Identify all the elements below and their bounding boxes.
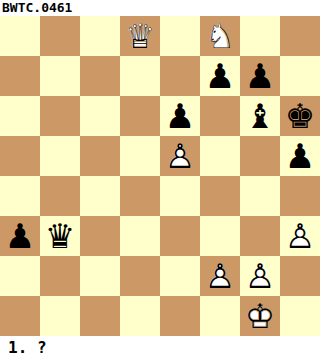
square-d4[interactable] bbox=[120, 176, 160, 216]
square-e6[interactable]: ♟ bbox=[160, 96, 200, 136]
square-c4[interactable] bbox=[80, 176, 120, 216]
piece-white-pawn-outline: ♙ bbox=[240, 256, 280, 296]
square-b7[interactable] bbox=[40, 56, 80, 96]
square-a1[interactable] bbox=[0, 296, 40, 336]
square-a7[interactable] bbox=[0, 56, 40, 96]
square-c3[interactable] bbox=[80, 216, 120, 256]
square-e5[interactable]: ♟♙ bbox=[160, 136, 200, 176]
square-f3[interactable] bbox=[200, 216, 240, 256]
square-f1[interactable] bbox=[200, 296, 240, 336]
square-h3[interactable]: ♟♙ bbox=[280, 216, 320, 256]
square-d1[interactable] bbox=[120, 296, 160, 336]
square-d5[interactable] bbox=[120, 136, 160, 176]
square-a8[interactable] bbox=[0, 16, 40, 56]
piece-white-pawn-outline: ♙ bbox=[200, 256, 240, 296]
square-g2[interactable]: ♟♙ bbox=[240, 256, 280, 296]
square-d7[interactable] bbox=[120, 56, 160, 96]
square-g3[interactable] bbox=[240, 216, 280, 256]
piece-black-pawn: ♟ bbox=[0, 216, 40, 256]
square-h4[interactable] bbox=[280, 176, 320, 216]
square-a2[interactable] bbox=[0, 256, 40, 296]
square-f7[interactable]: ♟ bbox=[200, 56, 240, 96]
square-c6[interactable] bbox=[80, 96, 120, 136]
square-e7[interactable] bbox=[160, 56, 200, 96]
piece-white-knight: ♞ bbox=[200, 16, 240, 56]
square-c5[interactable] bbox=[80, 136, 120, 176]
square-h1[interactable] bbox=[280, 296, 320, 336]
piece-black-pawn: ♟ bbox=[160, 96, 200, 136]
piece-white-pawn-outline: ♙ bbox=[160, 136, 200, 176]
square-h5[interactable]: ♟ bbox=[280, 136, 320, 176]
square-b5[interactable] bbox=[40, 136, 80, 176]
piece-black-pawn: ♟ bbox=[200, 56, 240, 96]
piece-white-pawn: ♟ bbox=[240, 256, 280, 296]
square-b4[interactable] bbox=[40, 176, 80, 216]
square-a3[interactable]: ♟ bbox=[0, 216, 40, 256]
square-c1[interactable] bbox=[80, 296, 120, 336]
piece-black-king: ♚ bbox=[280, 96, 320, 136]
piece-black-pawn: ♟ bbox=[240, 56, 280, 96]
piece-white-pawn: ♟ bbox=[280, 216, 320, 256]
piece-white-queen: ♛ bbox=[120, 16, 160, 56]
square-d3[interactable] bbox=[120, 216, 160, 256]
piece-black-pawn: ♟ bbox=[280, 136, 320, 176]
square-e1[interactable] bbox=[160, 296, 200, 336]
square-h8[interactable] bbox=[280, 16, 320, 56]
square-g4[interactable] bbox=[240, 176, 280, 216]
square-e8[interactable] bbox=[160, 16, 200, 56]
square-h7[interactable] bbox=[280, 56, 320, 96]
square-g8[interactable] bbox=[240, 16, 280, 56]
square-b8[interactable] bbox=[40, 16, 80, 56]
piece-white-king-outline: ♔ bbox=[240, 296, 280, 336]
square-c8[interactable] bbox=[80, 16, 120, 56]
square-d8[interactable]: ♛♕ bbox=[120, 16, 160, 56]
square-f6[interactable] bbox=[200, 96, 240, 136]
chess-board: ♛♕♞♘♟♟♟♝♚♟♙♟♟♛♟♙♟♙♟♙♚♔ bbox=[0, 16, 320, 336]
square-a4[interactable] bbox=[0, 176, 40, 216]
piece-white-knight-outline: ♘ bbox=[200, 16, 240, 56]
piece-white-pawn: ♟ bbox=[200, 256, 240, 296]
square-g6[interactable]: ♝ bbox=[240, 96, 280, 136]
square-e4[interactable] bbox=[160, 176, 200, 216]
piece-black-queen: ♛ bbox=[40, 216, 80, 256]
square-a5[interactable] bbox=[0, 136, 40, 176]
chess-puzzle-window: BWTC.0461 ♛♕♞♘♟♟♟♝♚♟♙♟♟♛♟♙♟♙♟♙♚♔ 1. ? bbox=[0, 0, 320, 360]
square-g5[interactable] bbox=[240, 136, 280, 176]
square-h6[interactable]: ♚ bbox=[280, 96, 320, 136]
square-f8[interactable]: ♞♘ bbox=[200, 16, 240, 56]
square-b1[interactable] bbox=[40, 296, 80, 336]
square-c7[interactable] bbox=[80, 56, 120, 96]
square-b2[interactable] bbox=[40, 256, 80, 296]
piece-white-pawn-outline: ♙ bbox=[280, 216, 320, 256]
square-a6[interactable] bbox=[0, 96, 40, 136]
piece-black-bishop: ♝ bbox=[240, 96, 280, 136]
piece-white-queen-outline: ♕ bbox=[120, 16, 160, 56]
square-h2[interactable] bbox=[280, 256, 320, 296]
square-e3[interactable] bbox=[160, 216, 200, 256]
square-e2[interactable] bbox=[160, 256, 200, 296]
piece-white-king: ♚ bbox=[240, 296, 280, 336]
piece-white-pawn: ♟ bbox=[160, 136, 200, 176]
square-d2[interactable] bbox=[120, 256, 160, 296]
square-f5[interactable] bbox=[200, 136, 240, 176]
square-b3[interactable]: ♛ bbox=[40, 216, 80, 256]
square-c2[interactable] bbox=[80, 256, 120, 296]
square-d6[interactable] bbox=[120, 96, 160, 136]
square-b6[interactable] bbox=[40, 96, 80, 136]
square-f4[interactable] bbox=[200, 176, 240, 216]
square-g7[interactable]: ♟ bbox=[240, 56, 280, 96]
move-prompt-label: 1. ? bbox=[0, 336, 320, 360]
puzzle-id-label: BWTC.0461 bbox=[0, 0, 320, 16]
square-f2[interactable]: ♟♙ bbox=[200, 256, 240, 296]
square-g1[interactable]: ♚♔ bbox=[240, 296, 280, 336]
